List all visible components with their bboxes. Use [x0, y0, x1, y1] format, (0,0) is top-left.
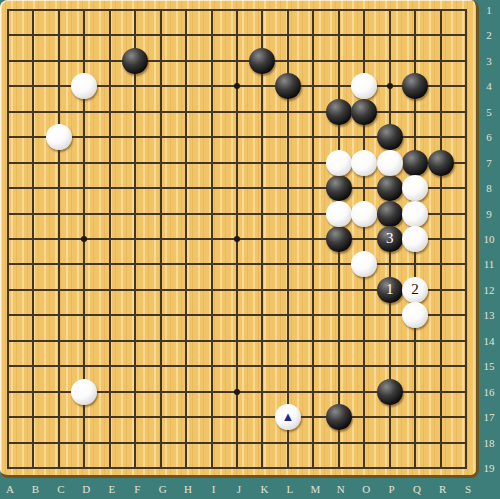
col-label-a: A	[6, 484, 14, 495]
black-stone-o5	[351, 99, 377, 125]
black-stone-n5	[326, 99, 352, 125]
col-label-h: H	[184, 484, 192, 495]
col-label-m: M	[310, 484, 320, 495]
grid-line-vertical	[261, 9, 263, 469]
col-label-g: G	[159, 484, 167, 495]
black-stone-n8	[326, 175, 352, 201]
go-board[interactable]: 312▲	[0, 0, 479, 478]
row-label-4: 4	[486, 81, 492, 92]
black-stone-f3	[122, 48, 148, 74]
row-label-13: 13	[484, 310, 495, 321]
grid-line-horizontal	[7, 263, 467, 265]
col-label-f: F	[134, 484, 140, 495]
grid-line-vertical	[312, 9, 314, 469]
row-label-5: 5	[486, 106, 492, 117]
col-label-s: S	[465, 484, 471, 495]
white-stone-n9	[326, 201, 352, 227]
star-point-d10	[81, 236, 87, 242]
white-stone-q12: 2	[402, 277, 428, 303]
row-label-10: 10	[484, 233, 495, 244]
row-label-9: 9	[486, 208, 492, 219]
row-label-14: 14	[484, 335, 495, 346]
row-label-12: 12	[484, 284, 495, 295]
star-point-j10	[234, 236, 240, 242]
row-label-7: 7	[486, 157, 492, 168]
col-label-p: P	[389, 484, 395, 495]
black-stone-p16	[377, 379, 403, 405]
row-label-17: 17	[484, 412, 495, 423]
black-stone-k3	[249, 48, 275, 74]
black-stone-r7	[428, 150, 454, 176]
white-stone-o11	[351, 251, 377, 277]
row-label-8: 8	[486, 183, 492, 194]
grid-line-horizontal	[7, 442, 467, 444]
triangle-marker-icon: ▲	[281, 410, 294, 423]
star-point-j4	[234, 83, 240, 89]
col-label-q: Q	[413, 484, 421, 495]
row-label-1: 1	[486, 5, 492, 16]
white-stone-l17: ▲	[275, 404, 301, 430]
white-stone-p7	[377, 150, 403, 176]
row-label-15: 15	[484, 361, 495, 372]
grid-line-horizontal	[7, 416, 467, 418]
white-stone-q8	[402, 175, 428, 201]
white-stone-o9	[351, 201, 377, 227]
black-stone-p10: 3	[377, 226, 403, 252]
row-label-6: 6	[486, 132, 492, 143]
black-stone-q4	[402, 73, 428, 99]
black-stone-q7	[402, 150, 428, 176]
col-label-r: R	[439, 484, 446, 495]
white-stone-o4	[351, 73, 377, 99]
col-label-d: D	[82, 484, 90, 495]
grid-line-horizontal	[7, 365, 467, 367]
col-label-k: K	[260, 484, 268, 495]
star-point-j16	[234, 389, 240, 395]
white-stone-q10	[402, 226, 428, 252]
move-number-label: 3	[386, 231, 394, 246]
row-label-16: 16	[484, 386, 495, 397]
row-label-19: 19	[484, 462, 495, 473]
col-label-l: L	[287, 484, 294, 495]
col-label-n: N	[337, 484, 345, 495]
col-label-j: J	[237, 484, 241, 495]
black-stone-p12: 1	[377, 277, 403, 303]
grid-line-vertical	[465, 9, 467, 469]
row-label-3: 3	[486, 55, 492, 66]
grid-line-horizontal	[7, 340, 467, 342]
col-label-e: E	[108, 484, 115, 495]
black-stone-p6	[377, 124, 403, 150]
row-label-11: 11	[484, 259, 495, 270]
white-stone-o7	[351, 150, 377, 176]
row-label-2: 2	[486, 30, 492, 41]
move-number-label: 2	[411, 282, 419, 297]
white-stone-q9	[402, 201, 428, 227]
black-stone-p9	[377, 201, 403, 227]
white-stone-d16	[71, 379, 97, 405]
grid-line-vertical	[440, 9, 442, 469]
black-stone-n10	[326, 226, 352, 252]
col-label-c: C	[57, 484, 64, 495]
move-number-label: 1	[386, 282, 394, 297]
grid-line-horizontal	[7, 314, 467, 316]
go-diagram: 312▲ ABCDEFGHIJKLMNOPQRS1234567891011121…	[0, 0, 500, 499]
col-label-b: B	[32, 484, 39, 495]
col-label-i: I	[212, 484, 216, 495]
white-stone-n7	[326, 150, 352, 176]
white-stone-c6	[46, 124, 72, 150]
white-stone-q13	[402, 302, 428, 328]
white-stone-d4	[71, 73, 97, 99]
row-label-18: 18	[484, 437, 495, 448]
col-label-o: O	[362, 484, 370, 495]
grid-line-horizontal	[7, 467, 467, 469]
black-stone-l4	[275, 73, 301, 99]
black-stone-p8	[377, 175, 403, 201]
star-point-p4	[387, 83, 393, 89]
black-stone-n17	[326, 404, 352, 430]
